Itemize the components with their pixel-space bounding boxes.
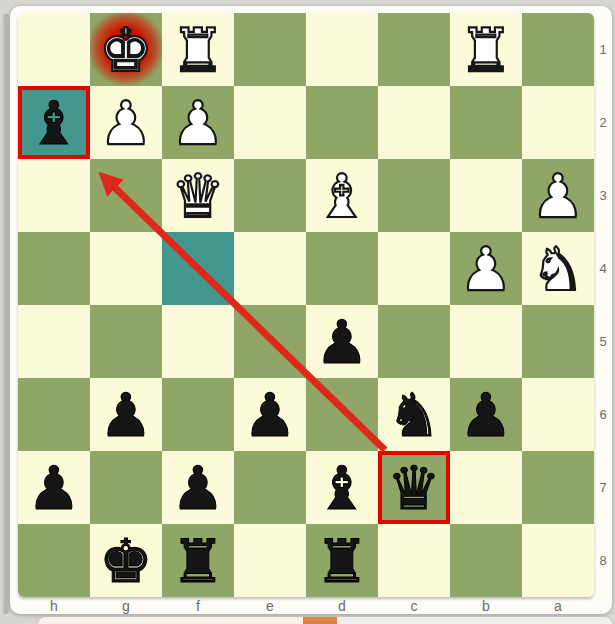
bottom-bar-orange-segment[interactable]	[303, 617, 337, 624]
black-pawn-e6[interactable]: ♟	[234, 378, 306, 451]
page-left-edge	[1, 14, 10, 614]
rank-label-2: 2	[594, 86, 612, 159]
black-pawn-b6[interactable]: ♟	[450, 378, 522, 451]
file-label-a: a	[522, 597, 594, 614]
rank-label-8: 8	[594, 524, 612, 597]
black-king-g8[interactable]: ♚	[90, 524, 162, 597]
rank-label-3: 3	[594, 159, 612, 232]
bottom-bar-track-left	[38, 617, 303, 624]
file-label-g: g	[90, 597, 162, 614]
white-bishop-d3[interactable]: ♝	[306, 159, 378, 232]
black-rook-d8[interactable]: ♜	[306, 524, 378, 597]
file-label-b: b	[450, 597, 522, 614]
black-rook-f8[interactable]: ♜	[162, 524, 234, 597]
file-label-f: f	[162, 597, 234, 614]
board-resize-grip[interactable]	[584, 588, 594, 597]
chess-board[interactable]: ♚ ♜ ♜ ♝ ♟ ♟ ♛ ♝ ♟ ♟ ♞ ♟ ♟ ♟ ♞ ♟ ♟ ♟ ♝ ♛ …	[18, 13, 594, 597]
white-rook-b1[interactable]: ♜	[450, 13, 522, 86]
black-bishop-h2[interactable]: ♝	[18, 86, 90, 159]
black-knight-c6[interactable]: ♞	[378, 378, 450, 451]
black-pawn-f7[interactable]: ♟	[162, 451, 234, 524]
rank-label-6: 6	[594, 378, 612, 451]
bottom-panel-edge[interactable]	[38, 617, 612, 624]
white-pawn-b4[interactable]: ♟	[450, 232, 522, 305]
white-queen-f3[interactable]: ♛	[162, 159, 234, 232]
black-queen-c7[interactable]: ♛	[378, 451, 450, 524]
black-bishop-d7[interactable]: ♝	[306, 451, 378, 524]
white-pawn-f2[interactable]: ♟	[162, 86, 234, 159]
last-move-highlight-f4	[162, 232, 234, 305]
black-pawn-h7[interactable]: ♟	[18, 451, 90, 524]
rank-label-7: 7	[594, 451, 612, 524]
rank-label-4: 4	[594, 232, 612, 305]
rank-label-1: 1	[594, 13, 612, 86]
white-king-g1[interactable]: ♚	[90, 13, 162, 86]
board-panel: ♚ ♜ ♜ ♝ ♟ ♟ ♛ ♝ ♟ ♟ ♞ ♟ ♟ ♟ ♞ ♟ ♟ ♟ ♝ ♛ …	[10, 6, 612, 614]
white-pawn-a3[interactable]: ♟	[522, 159, 594, 232]
file-label-c: c	[378, 597, 450, 614]
white-knight-a4[interactable]: ♞	[522, 232, 594, 305]
file-label-e: e	[234, 597, 306, 614]
bottom-bar-track-right	[337, 617, 612, 624]
file-labels: h g f e d c b a	[18, 597, 594, 614]
file-label-h: h	[18, 597, 90, 614]
rank-labels: 1 2 3 4 5 6 7 8	[594, 13, 612, 597]
rank-label-5: 5	[594, 305, 612, 378]
white-pawn-g2[interactable]: ♟	[90, 86, 162, 159]
white-rook-f1[interactable]: ♜	[162, 13, 234, 86]
black-pawn-d5[interactable]: ♟	[306, 305, 378, 378]
black-pawn-g6[interactable]: ♟	[90, 378, 162, 451]
file-label-d: d	[306, 597, 378, 614]
